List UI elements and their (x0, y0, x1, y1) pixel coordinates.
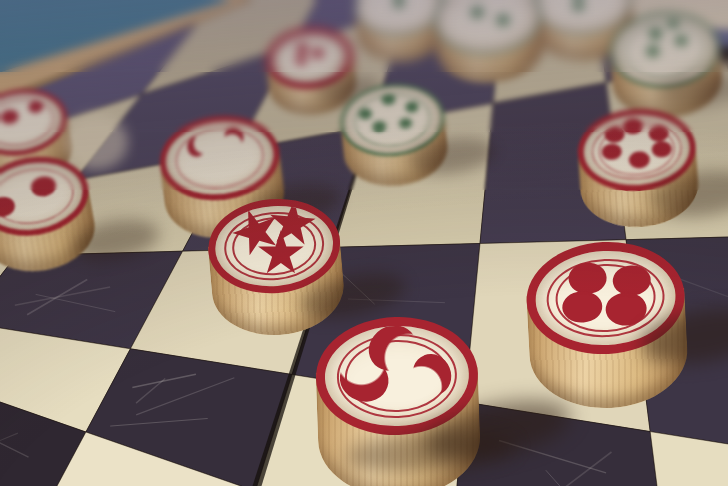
piece-far-edge-blurred-2[interactable] (431, 0, 547, 88)
dot-symbol (496, 14, 510, 25)
dot-symbol (470, 6, 484, 17)
dot-symbol (572, 0, 584, 10)
pieces-layer: ★★★ (0, 0, 728, 486)
photo-checkers-scene: ★★★ (0, 0, 728, 486)
dot-symbol (393, 0, 404, 8)
piece-three-crescents-hero[interactable] (314, 314, 482, 486)
piece-six-dots-ring[interactable] (575, 105, 701, 231)
dot-symbol (296, 44, 309, 55)
piece-inner-ring (172, 123, 267, 192)
dot-symbol (311, 48, 324, 59)
star-symbol: ★ (254, 223, 307, 282)
piece-inner-ring (623, 20, 708, 80)
piece-two-dots-left-lower[interactable] (0, 148, 101, 280)
dot-symbol (295, 55, 307, 65)
piece-green-five-dots[interactable] (337, 79, 451, 191)
piece-green-dotted[interactable] (607, 8, 724, 121)
piece-four-dots[interactable] (524, 238, 690, 412)
